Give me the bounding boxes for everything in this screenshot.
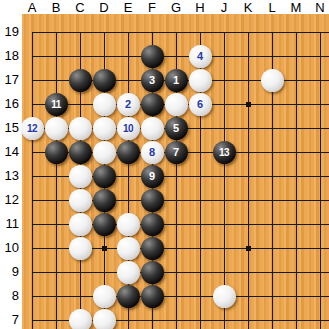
grid-line-col-M: [296, 32, 297, 329]
star-point-K16: [246, 102, 251, 107]
stone-white-H16-move-6[interactable]: 6: [189, 93, 212, 116]
col-label-B: B: [44, 0, 68, 14]
stone-black-F12[interactable]: [141, 189, 164, 212]
stone-white-C13[interactable]: [69, 165, 92, 188]
stone-white-E15-move-10[interactable]: 10: [117, 117, 140, 140]
stone-white-B15[interactable]: [45, 117, 68, 140]
col-label-K: K: [236, 0, 260, 14]
col-label-H: H: [188, 0, 212, 14]
stone-white-F14-move-8[interactable]: 8: [141, 141, 164, 164]
row-label-13: 13: [0, 168, 19, 184]
stone-black-E14[interactable]: [117, 141, 140, 164]
stone-white-D8[interactable]: [93, 285, 116, 308]
stone-white-E10[interactable]: [117, 237, 140, 260]
stone-black-F10[interactable]: [141, 237, 164, 260]
stone-black-F18[interactable]: [141, 45, 164, 68]
stone-black-C17[interactable]: [69, 69, 92, 92]
grid-line-row-9: [32, 272, 329, 273]
stone-black-G15-move-5[interactable]: 5: [165, 117, 188, 140]
stone-black-D12[interactable]: [93, 189, 116, 212]
row-label-15: 15: [0, 120, 19, 136]
stone-white-C15[interactable]: [69, 117, 92, 140]
col-label-J: J: [212, 0, 236, 14]
row-label-10: 10: [0, 240, 19, 256]
row-label-19: 19: [0, 24, 19, 40]
stone-white-C10[interactable]: [69, 237, 92, 260]
stone-black-G14-move-7[interactable]: 7: [165, 141, 188, 164]
grid-line-row-8: [32, 296, 329, 297]
stone-white-F15[interactable]: [141, 117, 164, 140]
stone-black-D17[interactable]: [93, 69, 116, 92]
col-label-A: A: [20, 0, 44, 14]
stone-black-F9[interactable]: [141, 261, 164, 284]
col-label-N: N: [308, 0, 329, 14]
col-label-L: L: [260, 0, 284, 14]
stone-black-D11[interactable]: [93, 213, 116, 236]
grid-line-col-K: [248, 32, 249, 329]
stone-black-D13[interactable]: [93, 165, 116, 188]
stone-white-D15[interactable]: [93, 117, 116, 140]
col-label-E: E: [116, 0, 140, 14]
row-label-11: 11: [0, 216, 19, 232]
stone-white-H17[interactable]: [189, 69, 212, 92]
stone-black-B14[interactable]: [45, 141, 68, 164]
stone-white-C12[interactable]: [69, 189, 92, 212]
row-label-7: 7: [0, 312, 19, 328]
stone-white-G16[interactable]: [165, 93, 188, 116]
stone-white-J8[interactable]: [213, 285, 236, 308]
stone-black-C14[interactable]: [69, 141, 92, 164]
stone-white-E11[interactable]: [117, 213, 140, 236]
row-label-16: 16: [0, 96, 19, 112]
go-app-window: ABCDEFGHJKLMN191817161514131211109874311…: [0, 0, 329, 329]
stone-black-F16[interactable]: [141, 93, 164, 116]
stone-white-C11[interactable]: [69, 213, 92, 236]
stone-black-F17-move-3[interactable]: 3: [141, 69, 164, 92]
col-label-C: C: [68, 0, 92, 14]
stone-white-C7[interactable]: [69, 309, 92, 329]
stone-white-D7[interactable]: [93, 309, 116, 329]
stone-black-B16-move-11[interactable]: 11: [45, 93, 68, 116]
stone-white-A15-move-12[interactable]: 12: [21, 117, 44, 140]
stone-white-E16-move-2[interactable]: 2: [117, 93, 140, 116]
row-label-9: 9: [0, 264, 19, 280]
stone-white-D14[interactable]: [93, 141, 116, 164]
stone-black-F13-move-9[interactable]: 9: [141, 165, 164, 188]
row-label-17: 17: [0, 72, 19, 88]
stone-black-G17-move-1[interactable]: 1: [165, 69, 188, 92]
stone-white-E9[interactable]: [117, 261, 140, 284]
grid-line-row-18: [32, 56, 329, 57]
row-label-14: 14: [0, 144, 19, 160]
row-label-8: 8: [0, 288, 19, 304]
row-label-18: 18: [0, 48, 19, 64]
grid-line-col-B: [56, 32, 57, 329]
col-label-G: G: [164, 0, 188, 14]
stone-black-F8[interactable]: [141, 285, 164, 308]
stone-black-J14-move-13[interactable]: 13: [213, 141, 236, 164]
stone-white-D16[interactable]: [93, 93, 116, 116]
grid-line-col-N: [320, 32, 321, 329]
stone-black-F11[interactable]: [141, 213, 164, 236]
col-label-M: M: [284, 0, 308, 14]
stone-black-E8[interactable]: [117, 285, 140, 308]
star-point-D10: [102, 246, 107, 251]
col-label-F: F: [140, 0, 164, 14]
col-label-D: D: [92, 0, 116, 14]
star-point-K10: [246, 246, 251, 251]
grid-line-col-A: [32, 32, 33, 329]
grid-line-row-19: [32, 32, 329, 33]
row-label-12: 12: [0, 192, 19, 208]
stone-white-H18-move-4[interactable]: 4: [189, 45, 212, 68]
stone-white-L17[interactable]: [261, 69, 284, 92]
